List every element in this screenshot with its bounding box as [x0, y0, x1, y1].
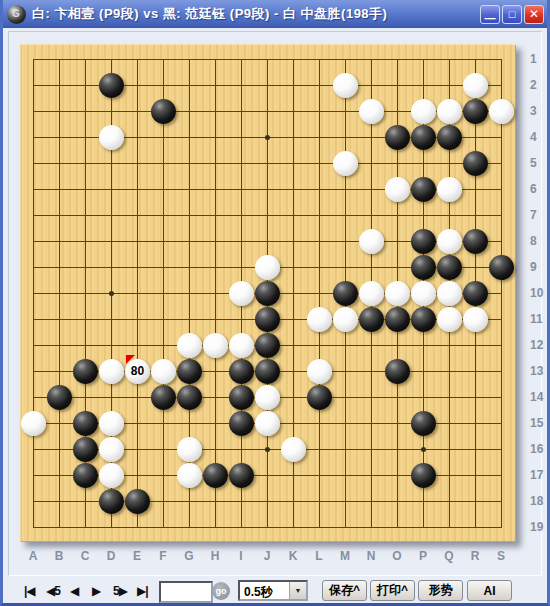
window-title: 白: 卞相壹 (P9段) vs 黑: 范廷钰 (P9段) - 白 中盘胜(198… — [32, 5, 387, 23]
column-label-Q: Q — [436, 549, 462, 563]
stone-white-J15 — [255, 411, 280, 436]
column-label-R: R — [462, 549, 488, 563]
print-button[interactable]: 打印^ — [370, 580, 415, 601]
row-label-2: 2 — [530, 78, 550, 94]
stone-black-R3 — [463, 99, 488, 124]
stone-black-J11 — [255, 307, 280, 332]
stone-white-I10 — [229, 281, 254, 306]
stone-white-Q11 — [437, 307, 462, 332]
row-label-17: 17 — [530, 468, 550, 484]
row-label-1: 1 — [530, 52, 550, 68]
ai-button[interactable]: AI — [467, 580, 512, 601]
stone-black-C15 — [73, 411, 98, 436]
last-move-number: 80 — [125, 364, 150, 378]
stone-white-O6 — [385, 177, 410, 202]
toolbar: |◀◀5◀▶5▶▶| go 0.5秒 ▼ 保存^打印^形势AI — [0, 578, 550, 606]
star-point — [265, 135, 270, 140]
stone-black-P8 — [411, 229, 436, 254]
nav-forward-5-button[interactable]: 5▶ — [113, 582, 127, 600]
stone-black-C13 — [73, 359, 98, 384]
stone-black-P17 — [411, 463, 436, 488]
stone-black-F14 — [151, 385, 176, 410]
grid-line-vertical — [501, 59, 502, 528]
stone-black-I15 — [229, 411, 254, 436]
stone-white-L13 — [307, 359, 332, 384]
stone-white-Q10 — [437, 281, 462, 306]
stone-white-Q3 — [437, 99, 462, 124]
stone-black-R10 — [463, 281, 488, 306]
stone-black-Q4 — [437, 125, 462, 150]
star-point — [109, 291, 114, 296]
stone-white-N3 — [359, 99, 384, 124]
stone-white-M11 — [333, 307, 358, 332]
stone-white-O10 — [385, 281, 410, 306]
go-board[interactable]: 80 — [20, 44, 516, 542]
stone-white-M2 — [333, 73, 358, 98]
row-label-4: 4 — [530, 130, 550, 146]
stone-black-P15 — [411, 411, 436, 436]
title-bar: G 白: 卞相壹 (P9段) vs 黑: 范廷钰 (P9段) - 白 中盘胜(1… — [0, 0, 550, 28]
stone-black-I13 — [229, 359, 254, 384]
stone-black-O11 — [385, 307, 410, 332]
nav-first-move-button[interactable]: |◀ — [24, 582, 35, 600]
stone-black-D2 — [99, 73, 124, 98]
stone-white-P10 — [411, 281, 436, 306]
stone-black-S9 — [489, 255, 514, 280]
stone-white-I12 — [229, 333, 254, 358]
stone-white-S3 — [489, 99, 514, 124]
stone-white-P3 — [411, 99, 436, 124]
app-icon: G — [7, 5, 26, 24]
stone-black-C17 — [73, 463, 98, 488]
column-label-G: G — [176, 549, 202, 563]
column-label-I: I — [228, 549, 254, 563]
row-label-6: 6 — [530, 182, 550, 198]
stone-white-Q6 — [437, 177, 462, 202]
stone-white-N8 — [359, 229, 384, 254]
stone-black-J10 — [255, 281, 280, 306]
column-label-A: A — [20, 549, 46, 563]
row-label-5: 5 — [530, 156, 550, 172]
column-label-N: N — [358, 549, 384, 563]
row-label-7: 7 — [530, 208, 550, 224]
row-label-3: 3 — [530, 104, 550, 120]
stone-white-D13 — [99, 359, 124, 384]
stone-black-P4 — [411, 125, 436, 150]
nav-back-1-button[interactable]: ◀ — [70, 582, 78, 600]
stone-black-I17 — [229, 463, 254, 488]
stone-white-M5 — [333, 151, 358, 176]
stone-black-P11 — [411, 307, 436, 332]
stone-white-R2 — [463, 73, 488, 98]
stone-white-K16 — [281, 437, 306, 462]
row-label-18: 18 — [530, 494, 550, 510]
row-label-13: 13 — [530, 364, 550, 380]
stone-black-E18 — [125, 489, 150, 514]
nav-last-move-button[interactable]: ▶| — [137, 582, 148, 600]
stone-white-L11 — [307, 307, 332, 332]
row-label-14: 14 — [530, 390, 550, 406]
column-label-S: S — [488, 549, 514, 563]
stone-black-C16 — [73, 437, 98, 462]
grid-line-vertical — [319, 59, 320, 528]
territory-button[interactable]: 形势 — [418, 580, 463, 601]
nav-back-5-button[interactable]: ◀5 — [46, 582, 60, 600]
row-label-15: 15 — [530, 416, 550, 432]
save-button[interactable]: 保存^ — [322, 580, 367, 601]
column-label-J: J — [254, 549, 280, 563]
star-point — [421, 447, 426, 452]
column-label-C: C — [72, 549, 98, 563]
column-label-E: E — [124, 549, 150, 563]
stone-black-P6 — [411, 177, 436, 202]
stone-black-R5 — [463, 151, 488, 176]
column-label-K: K — [280, 549, 306, 563]
stone-white-D17 — [99, 463, 124, 488]
delay-select-value: 0.5秒 — [240, 582, 289, 599]
row-label-11: 11 — [530, 312, 550, 328]
column-label-O: O — [384, 549, 410, 563]
nav-forward-1-button[interactable]: ▶ — [92, 582, 100, 600]
delay-select[interactable]: 0.5秒 ▼ — [238, 580, 308, 601]
move-number-input[interactable] — [159, 581, 213, 603]
last-move-marker-icon — [126, 355, 135, 364]
stone-white-H12 — [203, 333, 228, 358]
stone-white-R11 — [463, 307, 488, 332]
stone-white-Q8 — [437, 229, 462, 254]
stone-white-D16 — [99, 437, 124, 462]
row-label-10: 10 — [530, 286, 550, 302]
column-label-H: H — [202, 549, 228, 563]
row-label-9: 9 — [530, 260, 550, 276]
stone-black-H17 — [203, 463, 228, 488]
star-point — [265, 447, 270, 452]
maximize-button[interactable]: □ — [502, 5, 522, 24]
column-label-M: M — [332, 549, 358, 563]
stone-black-O4 — [385, 125, 410, 150]
stone-white-J9 — [255, 255, 280, 280]
stone-white-G12 — [177, 333, 202, 358]
stone-black-J12 — [255, 333, 280, 358]
row-label-16: 16 — [530, 442, 550, 458]
stone-black-F3 — [151, 99, 176, 124]
column-label-D: D — [98, 549, 124, 563]
stone-white-N10 — [359, 281, 384, 306]
stone-black-P9 — [411, 255, 436, 280]
row-label-12: 12 — [530, 338, 550, 354]
stone-black-G13 — [177, 359, 202, 384]
column-label-F: F — [150, 549, 176, 563]
stone-white-D15 — [99, 411, 124, 436]
chevron-down-icon[interactable]: ▼ — [289, 582, 306, 599]
stone-black-R8 — [463, 229, 488, 254]
stone-black-N11 — [359, 307, 384, 332]
stone-black-Q9 — [437, 255, 462, 280]
stone-black-J13 — [255, 359, 280, 384]
stone-black-G14 — [177, 385, 202, 410]
grid-line-horizontal — [33, 527, 502, 528]
stone-black-I14 — [229, 385, 254, 410]
stone-white-G17 — [177, 463, 202, 488]
stone-black-M10 — [333, 281, 358, 306]
minimize-button[interactable]: — — [480, 5, 500, 24]
stone-black-D18 — [99, 489, 124, 514]
row-label-19: 19 — [530, 520, 550, 536]
go-button[interactable]: go — [212, 582, 230, 600]
stone-white-G16 — [177, 437, 202, 462]
stone-black-L14 — [307, 385, 332, 410]
close-button[interactable]: ✕ — [524, 5, 544, 24]
column-label-P: P — [410, 549, 436, 563]
column-label-L: L — [306, 549, 332, 563]
stone-black-B14 — [47, 385, 72, 410]
stone-black-O13 — [385, 359, 410, 384]
stone-white-A15 — [21, 411, 46, 436]
row-label-8: 8 — [530, 234, 550, 250]
stone-white-D4 — [99, 125, 124, 150]
stone-white-E13: 80 — [125, 359, 150, 384]
stone-white-J14 — [255, 385, 280, 410]
stone-white-F13 — [151, 359, 176, 384]
column-label-B: B — [46, 549, 72, 563]
